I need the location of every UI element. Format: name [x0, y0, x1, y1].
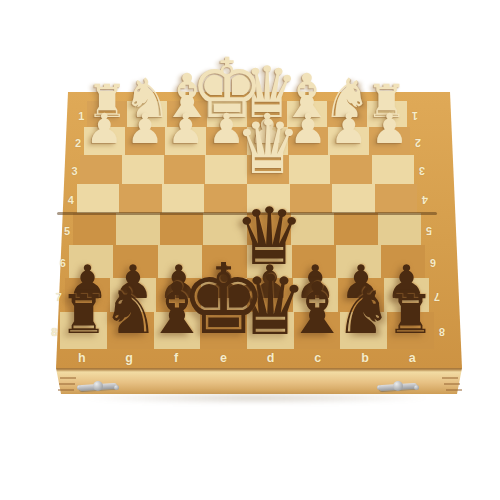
square-b3[interactable] [330, 155, 372, 184]
rank-label-left-3: 3 [71, 165, 77, 177]
dovetail-mark [59, 383, 75, 385]
square-h3[interactable] [80, 155, 122, 184]
rank-label-right-6: 6 [430, 257, 436, 269]
piece-white-pawn-b2[interactable]: ♟ [330, 109, 367, 150]
dovetail-mark [446, 389, 462, 391]
rank-label-left-4: 4 [68, 194, 74, 206]
square-g3[interactable] [122, 155, 164, 184]
rank-label-right-7: 7 [434, 291, 440, 303]
square-f5[interactable] [160, 213, 204, 245]
chess-set-photo: hgfedcba1122334455667788 ♜♞♝♛♚♝♞♜♟♟♟♟♟♟♟… [0, 0, 500, 500]
file-label-c: c [314, 351, 321, 365]
piece-white-pawn-h2[interactable]: ♟ [86, 109, 123, 150]
square-b5[interactable] [334, 213, 378, 245]
file-label-g: g [125, 351, 133, 365]
piece-white-queen-d3[interactable]: ♛ [235, 110, 301, 184]
square-a4[interactable] [375, 184, 418, 215]
file-label-b: b [361, 351, 369, 365]
file-label-h: h [78, 351, 86, 365]
dovetail-mark [444, 383, 460, 385]
dovetail-mark [442, 377, 458, 379]
rank-label-left-8: 8 [51, 326, 57, 338]
piece-white-pawn-f2[interactable]: ♟ [167, 109, 204, 150]
square-a5[interactable] [378, 213, 422, 245]
rank-label-right-1: 1 [412, 110, 418, 122]
square-b4[interactable] [332, 184, 375, 215]
square-f3[interactable] [164, 155, 206, 184]
dovetail-mark [60, 377, 76, 379]
dovetail-mark [58, 389, 74, 391]
rank-label-right-2: 2 [415, 137, 421, 149]
rank-label-left-2: 2 [75, 137, 81, 149]
square-h5[interactable] [73, 213, 117, 245]
file-label-f: f [174, 351, 178, 365]
piece-white-pawn-a2[interactable]: ♟ [371, 109, 408, 150]
piece-black-rook-a8[interactable]: ♜ [386, 288, 434, 341]
metal-clasp-left-icon [76, 380, 120, 394]
rank-label-left-5: 5 [64, 225, 70, 237]
rank-label-left-6: 6 [60, 257, 66, 269]
piece-black-rook-h8[interactable]: ♜ [60, 288, 108, 341]
square-f4[interactable] [162, 184, 205, 215]
rank-label-right-5: 5 [426, 225, 432, 237]
file-label-a: a [409, 351, 416, 365]
square-h4[interactable] [77, 184, 120, 215]
piece-white-pawn-g2[interactable]: ♟ [127, 109, 164, 150]
square-g4[interactable] [119, 184, 162, 215]
square-g5[interactable] [116, 213, 160, 245]
metal-clasp-right-icon [376, 380, 420, 394]
rank-label-left-1: 1 [78, 110, 84, 122]
square-a3[interactable] [372, 155, 414, 184]
rank-label-right-3: 3 [418, 165, 424, 177]
piece-black-knight-g8[interactable]: ♞ [102, 280, 159, 343]
rank-label-right-4: 4 [422, 194, 428, 206]
rank-label-right-8: 8 [439, 326, 445, 338]
